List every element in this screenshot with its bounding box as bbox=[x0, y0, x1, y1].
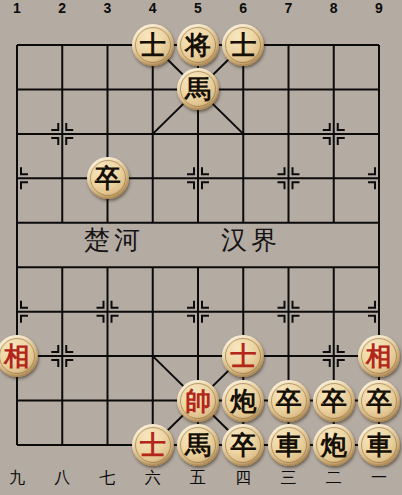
file-label-bottom-8: 二 bbox=[326, 470, 342, 486]
piece-black-horse[interactable]: 馬 bbox=[177, 424, 219, 466]
piece-glyph: 卒 bbox=[321, 388, 347, 414]
piece-glyph: 士 bbox=[230, 343, 256, 369]
piece-black-soldier[interactable]: 卒 bbox=[87, 157, 129, 199]
file-label-top-4: 4 bbox=[149, 1, 157, 15]
piece-black-advisor[interactable]: 士 bbox=[222, 24, 264, 66]
file-label-bottom-7: 三 bbox=[281, 470, 297, 486]
file-label-top-8: 8 bbox=[330, 1, 338, 15]
file-label-bottom-3: 七 bbox=[100, 470, 116, 486]
file-label-bottom-2: 八 bbox=[54, 470, 70, 486]
piece-glyph: 士 bbox=[140, 432, 166, 458]
file-label-bottom-5: 五 bbox=[190, 470, 206, 486]
piece-glyph: 卒 bbox=[276, 388, 302, 414]
piece-black-advisor[interactable]: 士 bbox=[132, 24, 174, 66]
river-text-right: 汉界 bbox=[221, 228, 281, 254]
file-label-top-6: 6 bbox=[239, 1, 247, 15]
piece-glyph: 卒 bbox=[366, 388, 392, 414]
piece-black-soldier[interactable]: 卒 bbox=[268, 380, 310, 422]
piece-black-general[interactable]: 将 bbox=[177, 24, 219, 66]
file-label-top-5: 5 bbox=[194, 1, 202, 15]
piece-glyph: 馬 bbox=[185, 76, 211, 102]
piece-black-soldier[interactable]: 卒 bbox=[222, 424, 264, 466]
piece-black-cannon[interactable]: 炮 bbox=[222, 380, 264, 422]
piece-red-advisor[interactable]: 士 bbox=[132, 424, 174, 466]
file-label-bottom-1: 九 bbox=[9, 470, 25, 486]
xiangqi-board: 123456789 九八七六五四三二一 楚河 汉界 士将士馬卒相士相帥炮卒卒卒士… bbox=[0, 0, 402, 495]
piece-glyph: 卒 bbox=[95, 165, 121, 191]
piece-black-soldier[interactable]: 卒 bbox=[358, 380, 400, 422]
file-label-bottom-6: 四 bbox=[235, 470, 251, 486]
piece-glyph: 士 bbox=[230, 32, 256, 58]
river-text-left: 楚河 bbox=[84, 228, 144, 254]
piece-black-chariot[interactable]: 車 bbox=[358, 424, 400, 466]
file-label-bottom-9: 一 bbox=[371, 470, 387, 486]
piece-glyph: 将 bbox=[185, 32, 211, 58]
file-label-top-9: 9 bbox=[375, 1, 383, 15]
file-label-top-2: 2 bbox=[58, 1, 66, 15]
piece-glyph: 相 bbox=[4, 343, 30, 369]
piece-glyph: 車 bbox=[276, 432, 302, 458]
piece-black-chariot[interactable]: 車 bbox=[268, 424, 310, 466]
file-label-top-3: 3 bbox=[104, 1, 112, 15]
piece-glyph: 炮 bbox=[321, 432, 347, 458]
file-label-top-7: 7 bbox=[285, 1, 293, 15]
piece-black-cannon[interactable]: 炮 bbox=[313, 424, 355, 466]
piece-glyph: 相 bbox=[366, 343, 392, 369]
piece-red-elephant[interactable]: 相 bbox=[358, 335, 400, 377]
piece-glyph: 車 bbox=[366, 432, 392, 458]
piece-red-general[interactable]: 帥 bbox=[177, 380, 219, 422]
piece-glyph: 帥 bbox=[185, 388, 211, 414]
piece-glyph: 炮 bbox=[230, 388, 256, 414]
file-label-top-1: 1 bbox=[13, 1, 21, 15]
piece-black-soldier[interactable]: 卒 bbox=[313, 380, 355, 422]
file-label-bottom-4: 六 bbox=[145, 470, 161, 486]
piece-glyph: 士 bbox=[140, 32, 166, 58]
piece-glyph: 卒 bbox=[230, 432, 256, 458]
piece-glyph: 馬 bbox=[185, 432, 211, 458]
